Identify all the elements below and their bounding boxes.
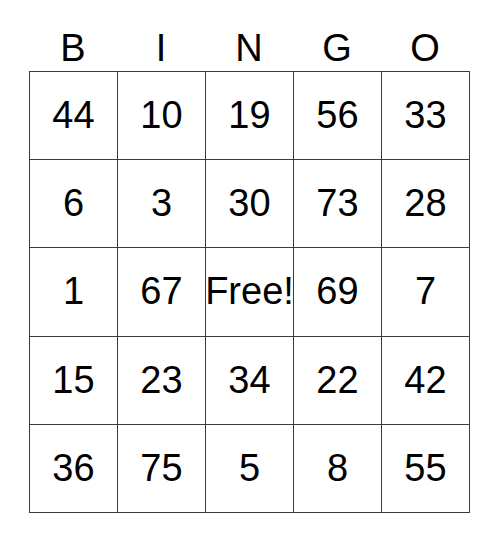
cell-r1-c5[interactable]: 33 (382, 72, 470, 160)
bingo-card: B I N G O 44 10 19 56 33 6 3 30 73 28 1 … (29, 0, 470, 513)
free-space-cell[interactable]: Free! (206, 248, 294, 336)
cell-r1-c3[interactable]: 19 (206, 72, 294, 160)
cell-r2-c2[interactable]: 3 (118, 160, 206, 248)
cell-r2-c3[interactable]: 30 (206, 160, 294, 248)
cell-r5-c5[interactable]: 55 (382, 425, 470, 513)
cell-r1-c1[interactable]: 44 (30, 72, 118, 160)
cell-r5-c2[interactable]: 75 (118, 425, 206, 513)
cell-r2-c4[interactable]: 73 (294, 160, 382, 248)
cell-r4-c5[interactable]: 42 (382, 337, 470, 425)
bingo-grid: 44 10 19 56 33 6 3 30 73 28 1 67 Free! 6… (29, 71, 470, 513)
column-letter-b: B (29, 0, 117, 71)
column-letter-n: N (205, 0, 293, 71)
cell-r1-c2[interactable]: 10 (118, 72, 206, 160)
cell-r3-c1[interactable]: 1 (30, 248, 118, 336)
cell-r3-c2[interactable]: 67 (118, 248, 206, 336)
cell-r4-c3[interactable]: 34 (206, 337, 294, 425)
cell-r4-c2[interactable]: 23 (118, 337, 206, 425)
column-letter-i: I (117, 0, 205, 71)
column-letter-g: G (293, 0, 381, 71)
column-letter-o: O (381, 0, 469, 71)
cell-r2-c1[interactable]: 6 (30, 160, 118, 248)
cell-r1-c4[interactable]: 56 (294, 72, 382, 160)
cell-r3-c5[interactable]: 7 (382, 248, 470, 336)
cell-r4-c4[interactable]: 22 (294, 337, 382, 425)
cell-r5-c1[interactable]: 36 (30, 425, 118, 513)
cell-r2-c5[interactable]: 28 (382, 160, 470, 248)
bingo-header: B I N G O (29, 0, 470, 71)
cell-r5-c4[interactable]: 8 (294, 425, 382, 513)
cell-r4-c1[interactable]: 15 (30, 337, 118, 425)
cell-r3-c4[interactable]: 69 (294, 248, 382, 336)
cell-r5-c3[interactable]: 5 (206, 425, 294, 513)
